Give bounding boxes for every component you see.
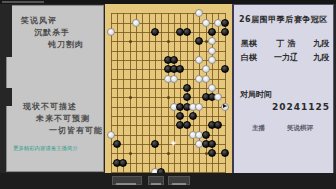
- commentary-line: 钝刀割肉: [48, 39, 84, 50]
- stone-black: [208, 140, 216, 148]
- taskbar-button[interactable]: [112, 176, 142, 185]
- stone-black: [183, 121, 191, 129]
- stone-black: [221, 19, 229, 27]
- stone-black: [183, 93, 191, 101]
- white-player-row: 白棋 一力辽 九段: [241, 52, 333, 63]
- window-title-text-smudge: [2, 1, 44, 3]
- event-title: 26届围甲季后赛争冠区: [239, 14, 328, 25]
- star-point: [167, 96, 170, 99]
- stone-white: [195, 9, 203, 17]
- stone-white: [208, 56, 216, 64]
- stone-black: [170, 56, 178, 64]
- stone-black: [195, 37, 203, 45]
- panel-notch: [6, 5, 12, 57]
- grid-line: [111, 163, 226, 164]
- taskbar-button-text: [151, 183, 161, 185]
- grid-line: [111, 116, 226, 117]
- sparkle-marker: ✦: [170, 140, 177, 148]
- game-time-label: 对局时间: [240, 89, 272, 100]
- last-move-marker: [223, 104, 227, 108]
- star-point: [167, 152, 170, 155]
- taskbar[interactable]: [0, 173, 336, 189]
- commentary-line: 未来不可预测: [36, 113, 90, 124]
- stone-black: [183, 28, 191, 36]
- stone-white: [202, 75, 210, 83]
- host-name: 笑说棋评: [287, 124, 313, 133]
- stone-black: [221, 65, 229, 73]
- stone-white: [132, 19, 140, 27]
- white-label: 白棋: [241, 52, 267, 63]
- taskbar-button-text: [116, 183, 136, 185]
- star-point: [129, 152, 132, 155]
- stone-black: [151, 28, 159, 36]
- game-date: 20241125: [272, 102, 330, 112]
- game-info-panel: 26届围甲季后赛争冠区 黑棋 丁 浩 九段 白棋 一力辽 九段 对局时间 202…: [232, 4, 334, 174]
- black-label: 黑棋: [241, 38, 267, 49]
- stone-black: [189, 112, 197, 120]
- stone-white: [214, 93, 222, 101]
- commentary-panel: 笑说风评 沉默杀手 钝刀割肉 现状不可描述 未来不可预测 一切皆有可能 更多精彩…: [6, 5, 104, 172]
- white-rank: 九段: [305, 52, 329, 63]
- stone-white: [195, 56, 203, 64]
- stone-black: [119, 159, 127, 167]
- host-row: 主播 笑说棋评: [252, 124, 313, 133]
- stone-black: [176, 112, 184, 120]
- white-player: 一力辽: [267, 52, 305, 63]
- grid-line: [111, 107, 226, 108]
- stone-white: [208, 47, 216, 55]
- commentary-line: 一切皆有可能: [49, 125, 103, 136]
- taskbar-button[interactable]: [168, 176, 190, 185]
- stone-white: [202, 19, 210, 27]
- stone-white: [170, 75, 178, 83]
- go-board[interactable]: ✦: [105, 4, 232, 189]
- stone-black: [208, 149, 216, 157]
- taskbar-button[interactable]: [148, 176, 164, 185]
- stone-black: [202, 131, 210, 139]
- stone-white: [208, 37, 216, 45]
- panel-notch: [6, 88, 12, 106]
- host-label: 主播: [252, 124, 265, 133]
- stone-black: [151, 140, 159, 148]
- promo-text: 更多精彩内容请看主播简介: [13, 145, 78, 153]
- star-point: [129, 96, 132, 99]
- stone-white: [202, 65, 210, 73]
- stone-black: [208, 28, 216, 36]
- stone-black: [176, 65, 184, 73]
- stone-black: [221, 28, 229, 36]
- stone-black: [214, 121, 222, 129]
- taskbar-button-text: [172, 183, 186, 185]
- black-rank: 九段: [305, 38, 329, 49]
- stone-black: [183, 84, 191, 92]
- star-point: [129, 40, 132, 43]
- stone-black: [113, 140, 121, 148]
- grid-line: [111, 13, 226, 14]
- stone-white: [195, 103, 203, 111]
- stone-white: [208, 84, 216, 92]
- stone-white: [107, 131, 115, 139]
- commentary-line: 现状不可描述: [23, 101, 77, 112]
- commentary-line: 笑说风评: [21, 15, 57, 26]
- stone-white: [107, 28, 115, 36]
- black-player: 丁 浩: [267, 38, 305, 49]
- commentary-line: 沉默杀手: [34, 27, 70, 38]
- black-player-row: 黑棋 丁 浩 九段: [241, 38, 333, 49]
- star-point: [167, 40, 170, 43]
- stone-black: [221, 149, 229, 157]
